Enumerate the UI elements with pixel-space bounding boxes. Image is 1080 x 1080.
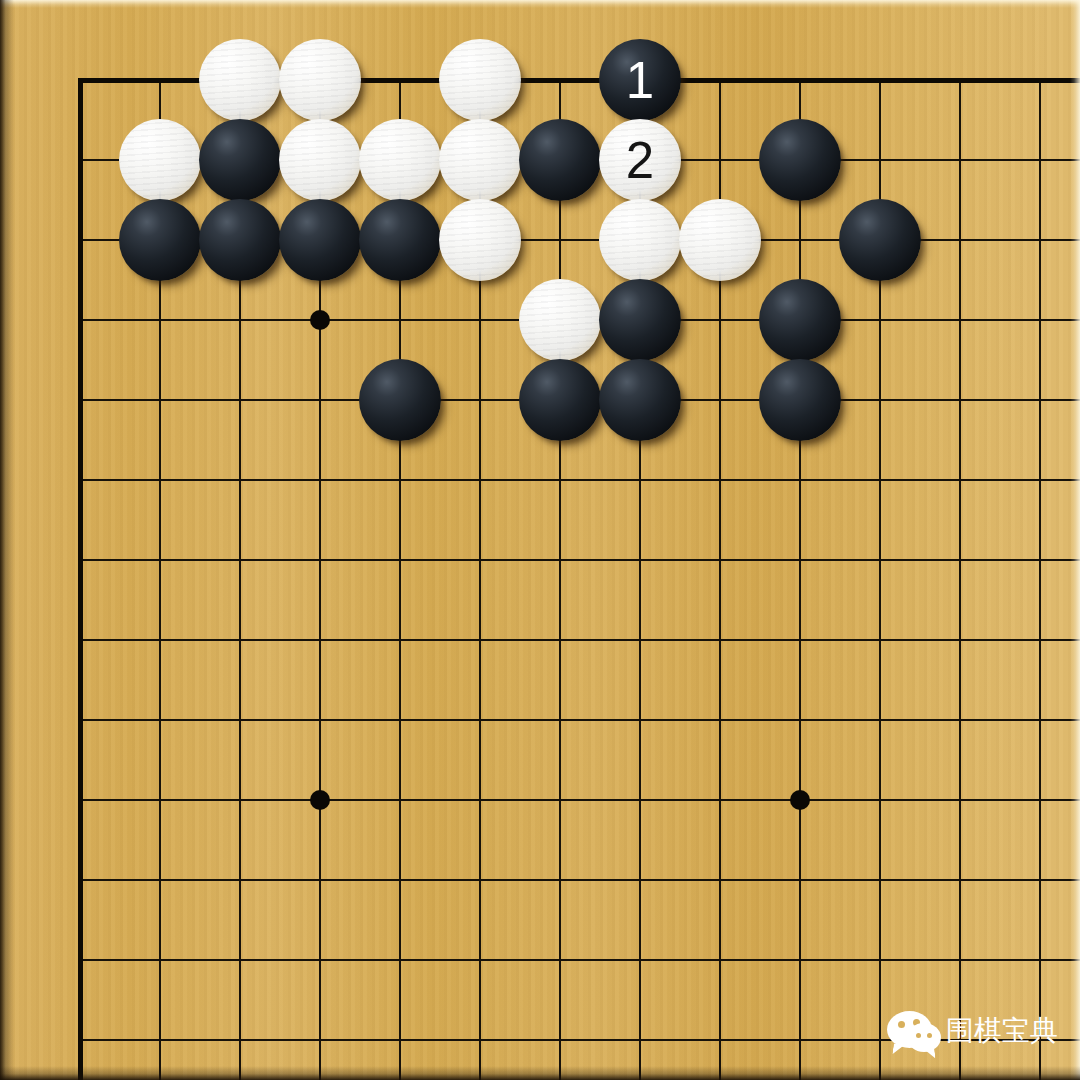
stone-white xyxy=(279,39,361,121)
stone-black xyxy=(279,199,361,281)
go-board[interactable]: 12 xyxy=(40,40,1080,1080)
star-point xyxy=(790,790,810,810)
watermark: 围棋宝典 xyxy=(887,1006,1058,1056)
star-point xyxy=(310,310,330,330)
stone-white xyxy=(119,119,201,201)
stone-white-move-2: 2 xyxy=(599,119,681,201)
stone-white xyxy=(439,199,521,281)
stone-white xyxy=(279,119,361,201)
stone-black xyxy=(359,359,441,441)
move-number-label: 2 xyxy=(626,135,654,186)
stone-black xyxy=(599,279,681,361)
move-number-label: 1 xyxy=(626,55,654,106)
stone-black xyxy=(119,199,201,281)
stone-black xyxy=(199,119,281,201)
stone-white xyxy=(199,39,281,121)
stone-white xyxy=(359,119,441,201)
edge-shadow-left xyxy=(0,0,14,1080)
stone-black xyxy=(759,119,841,201)
stone-black xyxy=(519,359,601,441)
stone-black xyxy=(199,199,281,281)
stone-white xyxy=(439,119,521,201)
stone-black xyxy=(759,279,841,361)
stone-white xyxy=(599,199,681,281)
edge-highlight-top xyxy=(0,0,1080,8)
stone-black-move-1: 1 xyxy=(599,39,681,121)
wechat-icon xyxy=(887,1006,939,1056)
stone-black xyxy=(359,199,441,281)
stone-black xyxy=(839,199,921,281)
go-diagram: 12 围棋宝典 xyxy=(0,0,1080,1080)
stone-black xyxy=(519,119,601,201)
watermark-text: 围棋宝典 xyxy=(946,1012,1058,1050)
star-point xyxy=(310,790,330,810)
stone-white xyxy=(679,199,761,281)
stone-black xyxy=(599,359,681,441)
stone-black xyxy=(759,359,841,441)
stone-white xyxy=(519,279,601,361)
stone-white xyxy=(439,39,521,121)
